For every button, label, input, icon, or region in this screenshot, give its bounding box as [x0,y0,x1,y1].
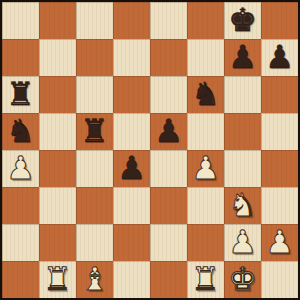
square-e2[interactable] [150,224,187,261]
piece-black-pawn[interactable]: ♟ [154,115,183,147]
square-h2[interactable]: ♟ [261,224,298,261]
piece-black-knight[interactable]: ♞ [191,78,220,110]
chess-board: ♚♟♟♜♞♞♜♟♟♟♟♞♟♟♜♝♜♚ [0,0,300,300]
piece-white-rook[interactable]: ♜ [43,263,72,295]
square-e4[interactable] [150,150,187,187]
square-e1[interactable] [150,261,187,298]
square-d4[interactable]: ♟ [113,150,150,187]
piece-black-rook[interactable]: ♜ [80,115,109,147]
square-b2[interactable] [39,224,76,261]
square-f8[interactable] [187,2,224,39]
square-c5[interactable]: ♜ [76,113,113,150]
square-h3[interactable] [261,187,298,224]
square-d2[interactable] [113,224,150,261]
square-h5[interactable] [261,113,298,150]
square-c6[interactable] [76,76,113,113]
square-a8[interactable] [2,2,39,39]
piece-black-pawn[interactable]: ♟ [265,41,294,73]
piece-black-pawn[interactable]: ♟ [117,152,146,184]
square-b3[interactable] [39,187,76,224]
square-g8[interactable]: ♚ [224,2,261,39]
square-b1[interactable]: ♜ [39,261,76,298]
square-f2[interactable] [187,224,224,261]
square-g3[interactable]: ♞ [224,187,261,224]
square-g6[interactable] [224,76,261,113]
piece-white-king[interactable]: ♚ [228,263,257,295]
square-h7[interactable]: ♟ [261,39,298,76]
square-g7[interactable]: ♟ [224,39,261,76]
piece-white-pawn[interactable]: ♟ [228,226,257,258]
square-h6[interactable] [261,76,298,113]
piece-white-bishop[interactable]: ♝ [80,263,109,295]
square-c3[interactable] [76,187,113,224]
square-c8[interactable] [76,2,113,39]
square-e8[interactable] [150,2,187,39]
square-a2[interactable] [2,224,39,261]
square-a5[interactable]: ♞ [2,113,39,150]
square-f6[interactable]: ♞ [187,76,224,113]
square-f7[interactable] [187,39,224,76]
square-b6[interactable] [39,76,76,113]
square-e3[interactable] [150,187,187,224]
square-b4[interactable] [39,150,76,187]
square-f5[interactable] [187,113,224,150]
square-e6[interactable] [150,76,187,113]
square-g2[interactable]: ♟ [224,224,261,261]
piece-white-rook[interactable]: ♜ [191,263,220,295]
piece-white-knight[interactable]: ♞ [228,189,257,221]
square-a6[interactable]: ♜ [2,76,39,113]
square-a3[interactable] [2,187,39,224]
piece-black-king[interactable]: ♚ [228,4,257,36]
square-h8[interactable] [261,2,298,39]
square-c2[interactable] [76,224,113,261]
square-d6[interactable] [113,76,150,113]
square-d3[interactable] [113,187,150,224]
square-c4[interactable] [76,150,113,187]
square-b5[interactable] [39,113,76,150]
square-e7[interactable] [150,39,187,76]
piece-black-knight[interactable]: ♞ [6,115,35,147]
square-b7[interactable] [39,39,76,76]
piece-white-pawn[interactable]: ♟ [6,152,35,184]
piece-black-rook[interactable]: ♜ [6,78,35,110]
square-f4[interactable]: ♟ [187,150,224,187]
square-b8[interactable] [39,2,76,39]
square-f1[interactable]: ♜ [187,261,224,298]
square-h1[interactable] [261,261,298,298]
square-d1[interactable] [113,261,150,298]
square-d8[interactable] [113,2,150,39]
square-a1[interactable] [2,261,39,298]
piece-black-pawn[interactable]: ♟ [228,41,257,73]
square-f3[interactable] [187,187,224,224]
square-e5[interactable]: ♟ [150,113,187,150]
square-d7[interactable] [113,39,150,76]
square-g5[interactable] [224,113,261,150]
square-h4[interactable] [261,150,298,187]
square-g4[interactable] [224,150,261,187]
piece-white-pawn[interactable]: ♟ [191,152,220,184]
square-a4[interactable]: ♟ [2,150,39,187]
square-g1[interactable]: ♚ [224,261,261,298]
square-c1[interactable]: ♝ [76,261,113,298]
square-c7[interactable] [76,39,113,76]
square-d5[interactable] [113,113,150,150]
square-a7[interactable] [2,39,39,76]
piece-white-pawn[interactable]: ♟ [265,226,294,258]
